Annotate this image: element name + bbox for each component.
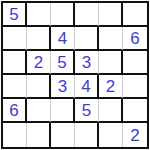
given-cell-r1c1[interactable]: 5 [3, 3, 27, 27]
cell-r6c1[interactable] [3, 123, 27, 147]
cell-r1c4[interactable] [75, 3, 99, 27]
cell-r2c5[interactable] [99, 27, 123, 51]
cell-r1c3[interactable] [51, 3, 75, 27]
given-cell-r6c6[interactable]: 2 [123, 123, 147, 147]
cell-r2c1[interactable] [3, 27, 27, 51]
given-cell-r4c4[interactable]: 4 [75, 75, 99, 99]
given-cell-r3c3[interactable]: 5 [51, 51, 75, 75]
cell-r6c3[interactable] [51, 123, 75, 147]
given-cell-r5c4[interactable]: 5 [75, 99, 99, 123]
given-cell-r2c3[interactable]: 4 [51, 27, 75, 51]
cell-r5c3[interactable] [51, 99, 75, 123]
cell-r3c6[interactable] [123, 51, 147, 75]
cell-r4c2[interactable] [27, 75, 51, 99]
cell-r1c6[interactable] [123, 3, 147, 27]
cell-r2c2[interactable] [27, 27, 51, 51]
given-cell-r4c5[interactable]: 2 [99, 75, 123, 99]
cell-r5c2[interactable] [27, 99, 51, 123]
cell-r6c2[interactable] [27, 123, 51, 147]
given-cell-r3c2[interactable]: 2 [27, 51, 51, 75]
cell-r3c5[interactable] [99, 51, 123, 75]
cell-r5c6[interactable] [123, 99, 147, 123]
cell-r4c6[interactable] [123, 75, 147, 99]
cell-r1c5[interactable] [99, 3, 123, 27]
cell-r5c5[interactable] [99, 99, 123, 123]
puzzle-board: 546253342652 [1, 1, 149, 149]
cell-r6c4[interactable] [75, 123, 99, 147]
given-cell-r2c6[interactable]: 6 [123, 27, 147, 51]
given-cell-r3c4[interactable]: 3 [75, 51, 99, 75]
cell-r3c1[interactable] [3, 51, 27, 75]
cell-r1c2[interactable] [27, 3, 51, 27]
given-cell-r4c3[interactable]: 3 [51, 75, 75, 99]
given-cell-r5c1[interactable]: 6 [3, 99, 27, 123]
cell-r6c5[interactable] [99, 123, 123, 147]
cell-r4c1[interactable] [3, 75, 27, 99]
cell-r2c4[interactable] [75, 27, 99, 51]
